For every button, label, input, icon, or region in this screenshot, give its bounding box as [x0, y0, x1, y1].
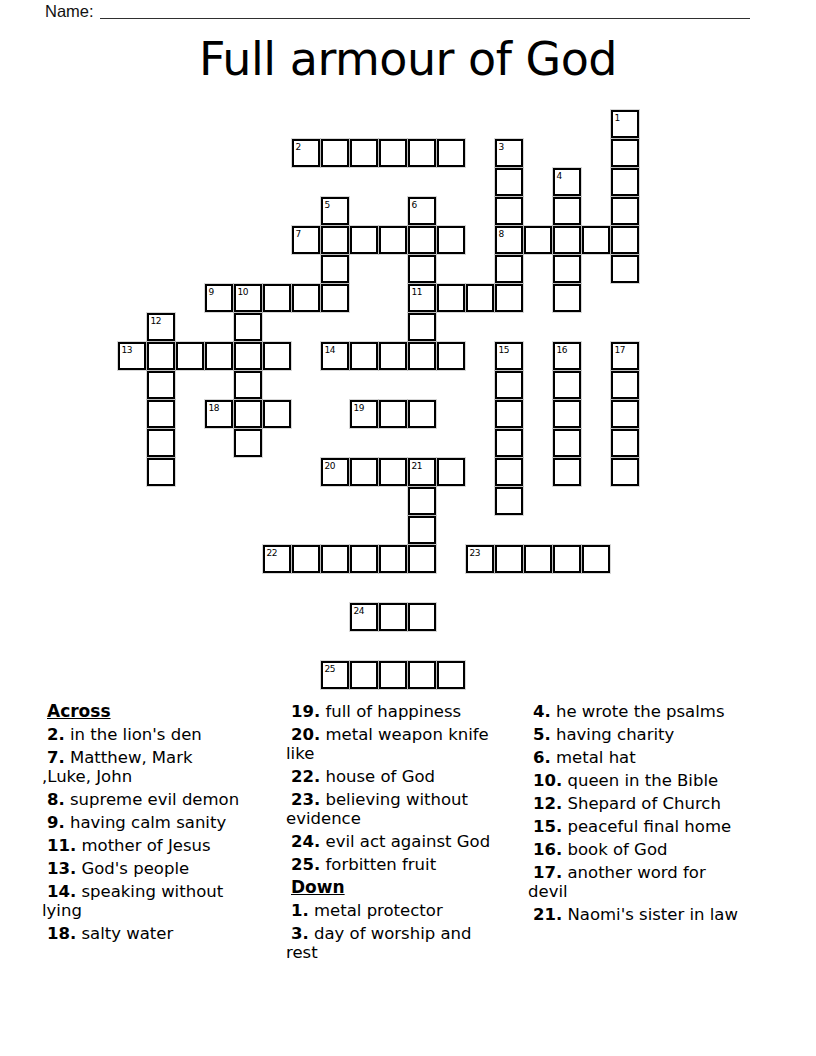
- grid-cell-r19c10[interactable]: [408, 661, 436, 689]
- cell-number-18: 18: [209, 403, 220, 413]
- grid-cell-r19c11[interactable]: [437, 661, 465, 689]
- grid-cell-r8c2[interactable]: [176, 342, 204, 370]
- grid-cell-r15c12[interactable]: 23: [466, 545, 494, 573]
- grid-cell-r6c13[interactable]: [495, 284, 523, 312]
- grid-cell-r4c14[interactable]: [524, 226, 552, 254]
- clue-down-15: 15. peaceful final home: [528, 817, 780, 836]
- page-title: Full armour of God: [0, 33, 816, 85]
- grid-cell-r11c1[interactable]: [147, 429, 175, 457]
- grid-cell-r4c15[interactable]: [553, 226, 581, 254]
- clue-number-label: 20.: [291, 725, 320, 744]
- clue-down-17: 17. another word for devil: [528, 863, 780, 901]
- crossword-worksheet: { "game": "crossword", "title": "Full ar…: [0, 0, 816, 1056]
- clue-down-6: 6. metal hat: [528, 748, 780, 767]
- clue-number-label: 10.: [533, 771, 562, 790]
- grid-cell-r9c13[interactable]: [495, 371, 523, 399]
- grid-cell-r15c16[interactable]: [582, 545, 610, 573]
- clue-across-19: 19. full of happiness: [286, 702, 522, 721]
- grid-cell-r1c9[interactable]: [379, 139, 407, 167]
- grid-cell-r17c9[interactable]: [379, 603, 407, 631]
- grid-cell-r10c9[interactable]: [379, 400, 407, 428]
- grid-cell-r6c4[interactable]: 10: [234, 284, 262, 312]
- clue-across-2: 2. in the lion's den: [42, 725, 280, 744]
- grid-cell-r11c13[interactable]: [495, 429, 523, 457]
- grid-cell-r8c9[interactable]: [379, 342, 407, 370]
- clues-down-header: Down: [286, 878, 522, 897]
- grid-cell-r5c10[interactable]: [408, 255, 436, 283]
- grid-cell-r15c5[interactable]: 22: [263, 545, 291, 573]
- cell-number-15: 15: [499, 345, 510, 355]
- clue-column-2: 19. full of happiness20. metal weapon kn…: [286, 702, 522, 966]
- grid-cell-r4c10[interactable]: [408, 226, 436, 254]
- grid-cell-r12c8[interactable]: [350, 458, 378, 486]
- grid-cell-r6c3[interactable]: 9: [205, 284, 233, 312]
- grid-cell-r8c11[interactable]: [437, 342, 465, 370]
- grid-cell-r12c9[interactable]: [379, 458, 407, 486]
- clue-number-label: 18.: [47, 924, 76, 943]
- grid-cell-r15c6[interactable]: [292, 545, 320, 573]
- clue-number-label: 6.: [533, 748, 551, 767]
- grid-cell-r1c10[interactable]: [408, 139, 436, 167]
- clue-across-13: 13. God's people: [42, 859, 280, 878]
- cell-number-2: 2: [296, 142, 301, 152]
- grid-cell-r8c5[interactable]: [263, 342, 291, 370]
- clue-number-label: 1.: [291, 901, 309, 920]
- grid-cell-r9c1[interactable]: [147, 371, 175, 399]
- grid-cell-r12c7[interactable]: 20: [321, 458, 349, 486]
- clue-number-label: 2.: [47, 725, 65, 744]
- grid-cell-r9c17[interactable]: [611, 371, 639, 399]
- clue-across-8: 8. supreme evil demon: [42, 790, 280, 809]
- name-label: Name:: [45, 2, 94, 20]
- grid-cell-r3c17[interactable]: [611, 197, 639, 225]
- grid-cell-r10c17[interactable]: [611, 400, 639, 428]
- grid-cell-r1c17[interactable]: [611, 139, 639, 167]
- grid-cell-r7c1[interactable]: 12: [147, 313, 175, 341]
- grid-cell-r12c1[interactable]: [147, 458, 175, 486]
- grid-cell-r1c8[interactable]: [350, 139, 378, 167]
- clue-across-7: 7. Matthew, Mark ,Luke, John: [42, 748, 280, 786]
- cell-number-11: 11: [412, 287, 423, 297]
- clue-down-4: 4. he wrote the psalms: [528, 702, 780, 721]
- grid-cell-r17c8[interactable]: 24: [350, 603, 378, 631]
- clue-number-label: 13.: [47, 859, 76, 878]
- grid-cell-r8c17[interactable]: 17: [611, 342, 639, 370]
- grid-cell-r3c7[interactable]: 5: [321, 197, 349, 225]
- grid-cell-r10c1[interactable]: [147, 400, 175, 428]
- grid-cell-r4c6[interactable]: 7: [292, 226, 320, 254]
- grid-cell-r2c15[interactable]: 4: [553, 168, 581, 196]
- grid-cell-r4c16[interactable]: [582, 226, 610, 254]
- grid-cell-r13c13[interactable]: [495, 487, 523, 515]
- grid-cell-r15c13[interactable]: [495, 545, 523, 573]
- clue-number-label: 19.: [291, 702, 320, 721]
- cell-number-5: 5: [325, 200, 330, 210]
- grid-cell-r9c4[interactable]: [234, 371, 262, 399]
- grid-cell-r4c7[interactable]: [321, 226, 349, 254]
- grid-cell-r5c15[interactable]: [553, 255, 581, 283]
- grid-cell-r7c10[interactable]: [408, 313, 436, 341]
- grid-cell-r17c10[interactable]: [408, 603, 436, 631]
- cell-number-6: 6: [412, 200, 417, 210]
- grid-cell-r9c15[interactable]: [553, 371, 581, 399]
- clue-number-label: 4.: [533, 702, 551, 721]
- clue-down-21: 21. Naomi's sister in law: [528, 905, 780, 924]
- name-write-in-line[interactable]: [100, 18, 750, 19]
- grid-cell-r4c11[interactable]: [437, 226, 465, 254]
- grid-cell-r6c7[interactable]: [321, 284, 349, 312]
- grid-cell-r6c12[interactable]: [466, 284, 494, 312]
- grid-cell-r3c15[interactable]: [553, 197, 581, 225]
- clue-across-11: 11. mother of Jesus: [42, 836, 280, 855]
- grid-cell-r10c10[interactable]: [408, 400, 436, 428]
- grid-cell-r10c5[interactable]: [263, 400, 291, 428]
- grid-cell-r15c10[interactable]: [408, 545, 436, 573]
- clue-number-label: 3.: [291, 924, 309, 943]
- clue-number-label: 11.: [47, 836, 76, 855]
- clue-across-23: 23. believing without evidence: [286, 790, 522, 828]
- cell-number-22: 22: [267, 548, 278, 558]
- clue-number-label: 21.: [533, 905, 562, 924]
- grid-cell-r8c10[interactable]: [408, 342, 436, 370]
- cell-number-3: 3: [499, 142, 504, 152]
- grid-cell-r3c10[interactable]: 6: [408, 197, 436, 225]
- cell-number-19: 19: [354, 403, 365, 413]
- grid-cell-r6c5[interactable]: [263, 284, 291, 312]
- clue-number-label: 15.: [533, 817, 562, 836]
- grid-cell-r15c14[interactable]: [524, 545, 552, 573]
- cell-number-7: 7: [296, 229, 301, 239]
- clue-down-10: 10. queen in the Bible: [528, 771, 780, 790]
- clue-number-label: 22.: [291, 767, 320, 786]
- grid-cell-r11c17[interactable]: [611, 429, 639, 457]
- grid-cell-r10c15[interactable]: [553, 400, 581, 428]
- cell-number-16: 16: [557, 345, 568, 355]
- grid-cell-r7c4[interactable]: [234, 313, 262, 341]
- grid-cell-r0c17[interactable]: 1: [611, 110, 639, 138]
- clue-down-5: 5. having charity: [528, 725, 780, 744]
- cell-number-14: 14: [325, 345, 336, 355]
- clue-across-18: 18. salty water: [42, 924, 280, 943]
- cell-number-21: 21: [412, 461, 423, 471]
- clue-across-25: 25. forbitten fruit: [286, 855, 522, 874]
- clue-down-16: 16. book of God: [528, 840, 780, 859]
- grid-cell-r10c8[interactable]: 19: [350, 400, 378, 428]
- grid-cell-r6c10[interactable]: 11: [408, 284, 436, 312]
- clue-number-label: 24.: [291, 832, 320, 851]
- grid-cell-r6c6[interactable]: [292, 284, 320, 312]
- grid-cell-r4c8[interactable]: [350, 226, 378, 254]
- grid-cell-r12c10[interactable]: 21: [408, 458, 436, 486]
- clue-number-label: 8.: [47, 790, 65, 809]
- cell-number-23: 23: [470, 548, 481, 558]
- grid-cell-r15c15[interactable]: [553, 545, 581, 573]
- grid-cell-r12c17[interactable]: [611, 458, 639, 486]
- grid-cell-r14c10[interactable]: [408, 516, 436, 544]
- cell-number-20: 20: [325, 461, 336, 471]
- clue-across-14: 14. speaking without lying: [42, 882, 280, 920]
- grid-cell-r13c10[interactable]: [408, 487, 436, 515]
- grid-cell-r8c15[interactable]: 16: [553, 342, 581, 370]
- clue-number-label: 12.: [533, 794, 562, 813]
- cell-number-25: 25: [325, 664, 336, 674]
- grid-cell-r8c13[interactable]: 15: [495, 342, 523, 370]
- grid-cell-r4c17[interactable]: [611, 226, 639, 254]
- grid-cell-r12c11[interactable]: [437, 458, 465, 486]
- cell-number-24: 24: [354, 606, 365, 616]
- grid-cell-r19c9[interactable]: [379, 661, 407, 689]
- grid-cell-r1c7[interactable]: [321, 139, 349, 167]
- grid-cell-r15c9[interactable]: [379, 545, 407, 573]
- grid-cell-r11c4[interactable]: [234, 429, 262, 457]
- cell-number-8: 8: [499, 229, 504, 239]
- grid-cell-r8c4[interactable]: [234, 342, 262, 370]
- grid-cell-r8c3[interactable]: [205, 342, 233, 370]
- clue-number-label: 9.: [47, 813, 65, 832]
- clue-down-12: 12. Shepard of Church: [528, 794, 780, 813]
- grid-cell-r6c15[interactable]: [553, 284, 581, 312]
- grid-cell-r15c7[interactable]: [321, 545, 349, 573]
- grid-cell-r3c13[interactable]: [495, 197, 523, 225]
- grid-cell-r10c4[interactable]: [234, 400, 262, 428]
- crossword-grid: 1234567891011121314151617181920212223242…: [118, 110, 641, 691]
- grid-cell-r19c8[interactable]: [350, 661, 378, 689]
- cell-number-9: 9: [209, 287, 214, 297]
- clue-column-1: Across2. in the lion's den7. Matthew, Ma…: [42, 702, 280, 947]
- clue-across-22: 22. house of God: [286, 767, 522, 786]
- clue-across-9: 9. having calm sanity: [42, 813, 280, 832]
- cell-number-4: 4: [557, 171, 562, 181]
- grid-cell-r4c9[interactable]: [379, 226, 407, 254]
- clue-number-label: 14.: [47, 882, 76, 901]
- grid-cell-r1c13[interactable]: 3: [495, 139, 523, 167]
- cell-number-10: 10: [238, 287, 249, 297]
- grid-cell-r1c11[interactable]: [437, 139, 465, 167]
- grid-cell-r19c7[interactable]: 25: [321, 661, 349, 689]
- grid-cell-r11c15[interactable]: [553, 429, 581, 457]
- cell-number-1: 1: [615, 113, 620, 123]
- clue-number-label: 25.: [291, 855, 320, 874]
- grid-cell-r12c13[interactable]: [495, 458, 523, 486]
- grid-cell-r2c13[interactable]: [495, 168, 523, 196]
- grid-cell-r8c8[interactable]: [350, 342, 378, 370]
- clue-column-3: 4. he wrote the psalms5. having charity6…: [528, 702, 780, 928]
- clue-number-label: 17.: [533, 863, 562, 882]
- grid-cell-r8c1[interactable]: [147, 342, 175, 370]
- clue-number-label: 23.: [291, 790, 320, 809]
- grid-cell-r8c7[interactable]: 14: [321, 342, 349, 370]
- clue-number-label: 5.: [533, 725, 551, 744]
- clue-down-1: 1. metal protector: [286, 901, 522, 920]
- grid-cell-r12c15[interactable]: [553, 458, 581, 486]
- cell-number-17: 17: [615, 345, 626, 355]
- grid-cell-r4c13[interactable]: 8: [495, 226, 523, 254]
- grid-cell-r10c3[interactable]: 18: [205, 400, 233, 428]
- grid-cell-r5c17[interactable]: [611, 255, 639, 283]
- grid-cell-r10c13[interactable]: [495, 400, 523, 428]
- cell-number-13: 13: [122, 345, 133, 355]
- grid-cell-r5c7[interactable]: [321, 255, 349, 283]
- grid-cell-r5c13[interactable]: [495, 255, 523, 283]
- grid-cell-r8c0[interactable]: 13: [118, 342, 146, 370]
- clue-number-label: 7.: [47, 748, 65, 767]
- grid-cell-r1c6[interactable]: 2: [292, 139, 320, 167]
- grid-cell-r2c17[interactable]: [611, 168, 639, 196]
- clue-across-20: 20. metal weapon knife like: [286, 725, 522, 763]
- grid-cell-r6c11[interactable]: [437, 284, 465, 312]
- clue-across-24: 24. evil act against God: [286, 832, 522, 851]
- grid-cell-r15c8[interactable]: [350, 545, 378, 573]
- name-row: Name:: [45, 2, 94, 21]
- clue-down-3: 3. day of worship and rest: [286, 924, 522, 962]
- clue-number-label: 16.: [533, 840, 562, 859]
- clues-across-header: Across: [42, 702, 280, 721]
- cell-number-12: 12: [151, 316, 162, 326]
